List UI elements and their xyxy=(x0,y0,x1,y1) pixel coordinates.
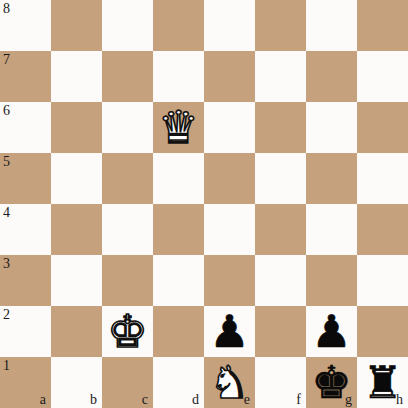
square-b1[interactable] xyxy=(51,357,102,408)
square-a4[interactable] xyxy=(0,204,51,255)
square-e5[interactable] xyxy=(204,153,255,204)
square-d4[interactable] xyxy=(153,204,204,255)
black-king-g1[interactable]: ♚ xyxy=(311,357,351,408)
square-h1[interactable]: ♜ xyxy=(357,357,408,408)
square-c6[interactable] xyxy=(102,102,153,153)
square-g4[interactable] xyxy=(306,204,357,255)
square-h2[interactable] xyxy=(357,306,408,357)
square-f6[interactable] xyxy=(255,102,306,153)
square-a7[interactable] xyxy=(0,51,51,102)
square-d6[interactable]: ♛ xyxy=(153,102,204,153)
square-h6[interactable] xyxy=(357,102,408,153)
square-h4[interactable] xyxy=(357,204,408,255)
square-f3[interactable] xyxy=(255,255,306,306)
square-e3[interactable] xyxy=(204,255,255,306)
square-g8[interactable] xyxy=(306,0,357,51)
square-f5[interactable] xyxy=(255,153,306,204)
square-h5[interactable] xyxy=(357,153,408,204)
square-d2[interactable] xyxy=(153,306,204,357)
square-a2[interactable] xyxy=(0,306,51,357)
square-d5[interactable] xyxy=(153,153,204,204)
square-e2[interactable]: ♟ xyxy=(204,306,255,357)
square-b4[interactable] xyxy=(51,204,102,255)
square-c1[interactable] xyxy=(102,357,153,408)
square-c2[interactable]: ♚ xyxy=(102,306,153,357)
square-f8[interactable] xyxy=(255,0,306,51)
black-pawn-g2[interactable]: ♟ xyxy=(311,306,351,357)
square-d3[interactable] xyxy=(153,255,204,306)
square-a3[interactable] xyxy=(0,255,51,306)
square-g7[interactable] xyxy=(306,51,357,102)
square-c8[interactable] xyxy=(102,0,153,51)
square-e7[interactable] xyxy=(204,51,255,102)
square-b5[interactable] xyxy=(51,153,102,204)
square-h3[interactable] xyxy=(357,255,408,306)
square-a1[interactable] xyxy=(0,357,51,408)
square-e4[interactable] xyxy=(204,204,255,255)
square-g1[interactable]: ♚ xyxy=(306,357,357,408)
square-d1[interactable] xyxy=(153,357,204,408)
square-b2[interactable] xyxy=(51,306,102,357)
square-g2[interactable]: ♟ xyxy=(306,306,357,357)
square-b8[interactable] xyxy=(51,0,102,51)
square-c3[interactable] xyxy=(102,255,153,306)
black-rook-h1[interactable]: ♜ xyxy=(362,357,402,408)
square-h7[interactable] xyxy=(357,51,408,102)
square-b3[interactable] xyxy=(51,255,102,306)
square-e1[interactable]: ♞ xyxy=(204,357,255,408)
square-a6[interactable] xyxy=(0,102,51,153)
square-g3[interactable] xyxy=(306,255,357,306)
square-e6[interactable] xyxy=(204,102,255,153)
white-knight-e1[interactable]: ♞ xyxy=(209,357,249,408)
square-a8[interactable] xyxy=(0,0,51,51)
square-f7[interactable] xyxy=(255,51,306,102)
square-c5[interactable] xyxy=(102,153,153,204)
square-f2[interactable] xyxy=(255,306,306,357)
white-queen-d6[interactable]: ♛ xyxy=(158,102,198,153)
square-h8[interactable] xyxy=(357,0,408,51)
square-b7[interactable] xyxy=(51,51,102,102)
square-g6[interactable] xyxy=(306,102,357,153)
square-c7[interactable] xyxy=(102,51,153,102)
black-pawn-e2[interactable]: ♟ xyxy=(209,306,249,357)
square-f4[interactable] xyxy=(255,204,306,255)
chess-board: ♛♚♟♟♞♚♜87654321abcdefgh xyxy=(0,0,408,408)
square-f1[interactable] xyxy=(255,357,306,408)
white-king-c2[interactable]: ♚ xyxy=(107,306,147,357)
square-a5[interactable] xyxy=(0,153,51,204)
square-b6[interactable] xyxy=(51,102,102,153)
square-c4[interactable] xyxy=(102,204,153,255)
square-d7[interactable] xyxy=(153,51,204,102)
square-d8[interactable] xyxy=(153,0,204,51)
square-e8[interactable] xyxy=(204,0,255,51)
square-g5[interactable] xyxy=(306,153,357,204)
